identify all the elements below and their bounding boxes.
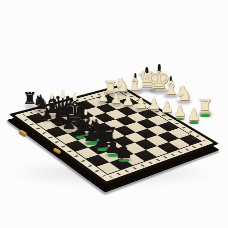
white-rook-glyph: ♜ (196, 97, 213, 116)
white-pawn: ♟ (187, 107, 201, 123)
white-queen-finial (146, 67, 149, 73)
piece-shadow (198, 113, 212, 117)
white-bishop: ♝ (162, 77, 180, 97)
black-rook-glyph: ♜ (23, 91, 37, 107)
white-king-finial (157, 64, 160, 71)
piece-shadow (138, 88, 155, 93)
product-photo-stage: ♜♞♝♛♚♝♞♜♟♟♟♟♟♟♟♟♜♞♝♛♚♝♞♜♟♟♟♟♟♟♟♟ (0, 0, 228, 228)
black-rook: ♜ (23, 91, 37, 107)
black-bishop-finial (51, 93, 54, 99)
brass-latch (19, 129, 28, 137)
white-king: ♚ (147, 66, 170, 92)
piece-shadow (177, 100, 192, 104)
white-queen: ♛ (137, 68, 158, 91)
white-bishop-glyph: ♝ (162, 77, 180, 97)
white-rook: ♜ (196, 97, 213, 116)
white-queen-glyph: ♛ (137, 68, 158, 91)
piece-shadow (188, 121, 200, 124)
white-king-glyph: ♚ (147, 66, 170, 92)
white-pawn-glyph: ♟ (187, 107, 201, 123)
white-knight-glyph: ♞ (175, 83, 193, 103)
white-bishop-finial (170, 76, 172, 81)
green-felt-base (190, 121, 199, 123)
black-queen-finial (61, 90, 65, 98)
piece-shadow (149, 88, 169, 93)
white-bishop-finial (134, 73, 136, 78)
green-felt-base (200, 114, 210, 117)
piece-shadow (164, 94, 179, 98)
white-knight: ♞ (175, 83, 193, 103)
